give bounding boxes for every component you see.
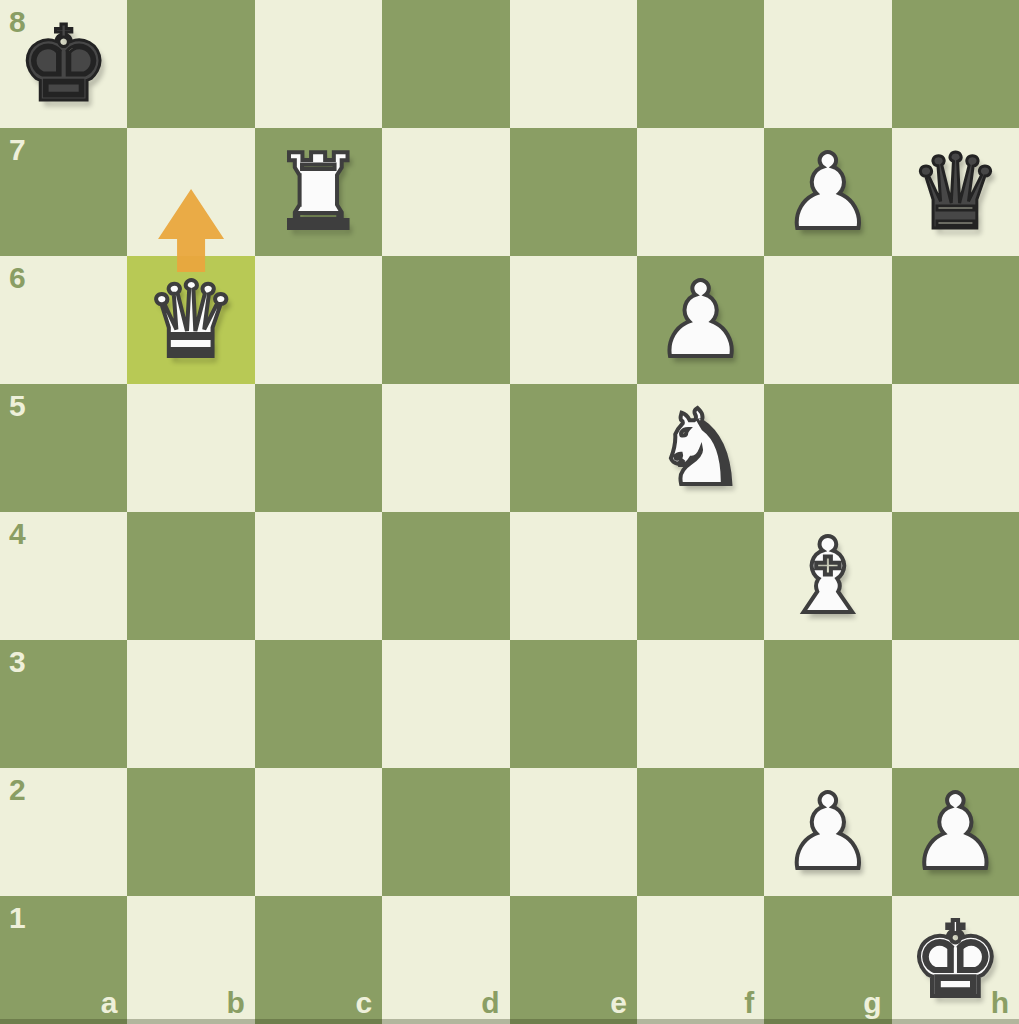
square-h5[interactable] xyxy=(892,384,1019,512)
square-h2[interactable]: ♟ xyxy=(892,768,1019,896)
square-h3[interactable] xyxy=(892,640,1019,768)
square-f8[interactable] xyxy=(637,0,764,128)
square-e1[interactable]: e xyxy=(510,896,637,1024)
square-d3[interactable] xyxy=(382,640,509,768)
square-a1[interactable]: 1a xyxy=(0,896,127,1024)
file-label-c: c xyxy=(355,986,372,1020)
piece-white-knight-f5[interactable]: ♞ xyxy=(637,384,764,512)
square-h8[interactable] xyxy=(892,0,1019,128)
square-b1[interactable]: b xyxy=(127,896,254,1024)
piece-black-queen-h7[interactable]: ♛ xyxy=(892,128,1019,256)
square-g7[interactable]: ♟ xyxy=(764,128,891,256)
piece-white-pawn-g7[interactable]: ♟ xyxy=(764,128,891,256)
piece-white-queen-b6[interactable]: ♛ xyxy=(127,256,254,384)
square-a3[interactable]: 3 xyxy=(0,640,127,768)
square-c1[interactable]: c xyxy=(255,896,382,1024)
square-g5[interactable] xyxy=(764,384,891,512)
square-f3[interactable] xyxy=(637,640,764,768)
piece-white-pawn-h2[interactable]: ♟ xyxy=(892,768,1019,896)
square-b2[interactable] xyxy=(127,768,254,896)
rank-label-2: 2 xyxy=(9,773,26,807)
rank-label-8: 8 xyxy=(9,5,26,39)
square-f5[interactable]: ♞ xyxy=(637,384,764,512)
rank-label-5: 5 xyxy=(9,389,26,423)
square-g2[interactable]: ♟ xyxy=(764,768,891,896)
square-a8[interactable]: 8♚ xyxy=(0,0,127,128)
square-d2[interactable] xyxy=(382,768,509,896)
square-c5[interactable] xyxy=(255,384,382,512)
piece-white-rook-c7[interactable]: ♜ xyxy=(255,128,382,256)
square-c8[interactable] xyxy=(255,0,382,128)
rank-label-6: 6 xyxy=(9,261,26,295)
square-d6[interactable] xyxy=(382,256,509,384)
piece-white-bishop-g4[interactable]: ♝ xyxy=(764,512,891,640)
piece-white-pawn-g2[interactable]: ♟ xyxy=(764,768,891,896)
square-e4[interactable] xyxy=(510,512,637,640)
square-a6[interactable]: 6 xyxy=(0,256,127,384)
square-f6[interactable]: ♟ xyxy=(637,256,764,384)
file-label-e: e xyxy=(610,986,627,1020)
file-label-d: d xyxy=(481,986,499,1020)
square-g1[interactable]: g xyxy=(764,896,891,1024)
square-g8[interactable] xyxy=(764,0,891,128)
file-label-a: a xyxy=(101,986,118,1020)
square-d4[interactable] xyxy=(382,512,509,640)
file-label-g: g xyxy=(863,986,881,1020)
square-h1[interactable]: h♚ xyxy=(892,896,1019,1024)
chess-board: 8♚7♜♟♛6♛♟5♞4♝32♟♟1abcdefgh♚ xyxy=(0,0,1019,1024)
rank-label-1: 1 xyxy=(9,901,26,935)
square-e8[interactable] xyxy=(510,0,637,128)
rank-label-3: 3 xyxy=(9,645,26,679)
square-c4[interactable] xyxy=(255,512,382,640)
square-f2[interactable] xyxy=(637,768,764,896)
square-b7[interactable] xyxy=(127,128,254,256)
rank-label-7: 7 xyxy=(9,133,26,167)
square-e2[interactable] xyxy=(510,768,637,896)
square-a2[interactable]: 2 xyxy=(0,768,127,896)
square-h6[interactable] xyxy=(892,256,1019,384)
square-e5[interactable] xyxy=(510,384,637,512)
square-b3[interactable] xyxy=(127,640,254,768)
square-d7[interactable] xyxy=(382,128,509,256)
square-h4[interactable] xyxy=(892,512,1019,640)
square-d5[interactable] xyxy=(382,384,509,512)
file-label-h: h xyxy=(991,986,1009,1020)
file-label-b: b xyxy=(226,986,244,1020)
square-d1[interactable]: d xyxy=(382,896,509,1024)
square-a5[interactable]: 5 xyxy=(0,384,127,512)
square-g6[interactable] xyxy=(764,256,891,384)
square-g4[interactable]: ♝ xyxy=(764,512,891,640)
square-c2[interactable] xyxy=(255,768,382,896)
square-c3[interactable] xyxy=(255,640,382,768)
square-e3[interactable] xyxy=(510,640,637,768)
board-bottom-edge xyxy=(0,1019,1019,1024)
square-e6[interactable] xyxy=(510,256,637,384)
square-e7[interactable] xyxy=(510,128,637,256)
square-b6[interactable]: ♛ xyxy=(127,256,254,384)
square-g3[interactable] xyxy=(764,640,891,768)
square-h7[interactable]: ♛ xyxy=(892,128,1019,256)
square-f4[interactable] xyxy=(637,512,764,640)
square-c6[interactable] xyxy=(255,256,382,384)
square-f1[interactable]: f xyxy=(637,896,764,1024)
chess-board-screenshot: 8♚7♜♟♛6♛♟5♞4♝32♟♟1abcdefgh♚ xyxy=(0,0,1019,1024)
square-a7[interactable]: 7 xyxy=(0,128,127,256)
square-d8[interactable] xyxy=(382,0,509,128)
square-b5[interactable] xyxy=(127,384,254,512)
square-b8[interactable] xyxy=(127,0,254,128)
square-c7[interactable]: ♜ xyxy=(255,128,382,256)
rank-label-4: 4 xyxy=(9,517,26,551)
piece-white-pawn-f6[interactable]: ♟ xyxy=(637,256,764,384)
square-a4[interactable]: 4 xyxy=(0,512,127,640)
file-label-f: f xyxy=(744,986,754,1020)
square-b4[interactable] xyxy=(127,512,254,640)
square-f7[interactable] xyxy=(637,128,764,256)
